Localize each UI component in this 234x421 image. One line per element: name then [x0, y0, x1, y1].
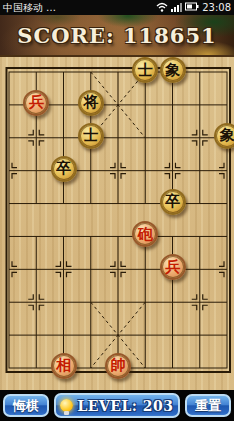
lightbulb-icon	[60, 399, 73, 412]
undo-label: 悔棋	[13, 397, 39, 415]
wifi-icon	[156, 2, 168, 14]
black-advisor-piece[interactable]: 士	[132, 57, 158, 83]
black-soldier-piece[interactable]: 卒	[160, 189, 186, 215]
signal-icon	[171, 2, 182, 14]
red-soldier-piece[interactable]: 兵	[160, 254, 186, 280]
carrier-label: 中国移动	[3, 1, 43, 15]
black-soldier-piece[interactable]: 卒	[51, 156, 77, 182]
score-banner: SCORE: 118651	[0, 15, 234, 57]
black-elephant-piece[interactable]: 象	[160, 57, 186, 83]
battery-icon	[185, 2, 199, 13]
black-advisor-piece[interactable]: 士	[78, 123, 104, 149]
clock-time: 23:08	[202, 2, 231, 13]
level-button[interactable]: LEVEL: 203	[54, 393, 180, 418]
red-elephant-piece[interactable]: 相	[51, 353, 77, 379]
red-soldier-piece[interactable]: 兵	[23, 90, 49, 116]
black-general-piece[interactable]: 将	[78, 90, 104, 116]
undo-button[interactable]: 悔棋	[3, 394, 49, 417]
status-bar: 中国移动 …	[0, 0, 234, 15]
bottom-bar: 悔棋 LEVEL: 203 重置	[0, 390, 234, 421]
red-cannon-piece[interactable]: 砲	[132, 221, 158, 247]
reset-button[interactable]: 重置	[185, 394, 231, 417]
black-elephant-piece[interactable]: 象	[214, 123, 234, 149]
xiangqi-board[interactable]: 士象兵将士象卒卒砲兵相帥	[0, 57, 234, 390]
score-text: SCORE: 118651	[17, 23, 216, 48]
level-label: LEVEL: 203	[77, 398, 173, 414]
red-general-piece[interactable]: 帥	[105, 353, 131, 379]
xiangqi-app: 中国移动 …	[0, 0, 234, 421]
reset-label: 重置	[195, 397, 221, 415]
carrier-more-dots: …	[46, 2, 56, 13]
